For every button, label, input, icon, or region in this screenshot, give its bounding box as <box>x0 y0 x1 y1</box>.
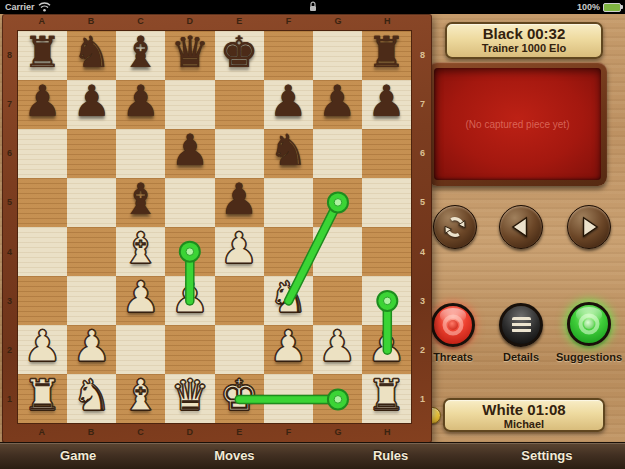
square-a6[interactable] <box>18 129 67 178</box>
rotate-icon <box>442 214 468 240</box>
coord-label: 2 <box>416 326 429 375</box>
square-e5[interactable]: ♟ <box>215 178 264 227</box>
wifi-icon <box>38 2 51 12</box>
coord-label: 1 <box>416 375 429 424</box>
piece-black-rook: ♜ <box>18 28 67 77</box>
square-g6[interactable] <box>313 129 362 178</box>
piece-black-bishop: ♝ <box>116 175 165 224</box>
square-a5[interactable] <box>18 178 67 227</box>
chess-app-screen: Carrier 100% ABCDEFGH ABCDEFGH 87654321 … <box>0 0 625 469</box>
square-h4[interactable] <box>362 227 411 276</box>
square-c1[interactable]: ♝ <box>116 374 165 423</box>
piece-white-rook: ♜ <box>18 371 67 420</box>
piece-black-bishop: ♝ <box>116 28 165 77</box>
square-c3[interactable]: ♟ <box>116 276 165 325</box>
piece-white-rook: ♜ <box>362 371 411 420</box>
coord-label: 7 <box>416 79 429 128</box>
square-c7[interactable]: ♟ <box>116 80 165 129</box>
coord-label: C <box>116 15 165 28</box>
square-a4[interactable] <box>18 227 67 276</box>
suggestions-button[interactable] <box>567 302 611 346</box>
menu-item-rules[interactable]: Rules <box>373 443 408 469</box>
square-g7[interactable]: ♟ <box>313 80 362 129</box>
coord-label: D <box>165 426 214 439</box>
square-b5[interactable] <box>67 178 116 227</box>
coord-label: A <box>17 426 66 439</box>
piece-black-pawn: ♟ <box>67 77 116 126</box>
square-d1[interactable]: ♛ <box>165 374 214 423</box>
coord-label: A <box>17 15 66 28</box>
previous-move-button[interactable] <box>499 205 543 249</box>
menu-item-settings[interactable]: Settings <box>521 443 572 469</box>
piece-white-pawn: ♟ <box>264 322 313 371</box>
piece-white-queen: ♛ <box>165 371 214 420</box>
piece-black-pawn: ♟ <box>116 77 165 126</box>
piece-black-knight: ♞ <box>264 126 313 175</box>
black-player-name: Trainer 1000 Elo <box>447 42 601 54</box>
square-e7[interactable] <box>215 80 264 129</box>
bottom-menu-bar: Game Moves Rules Settings <box>0 442 625 469</box>
coord-label: G <box>313 426 362 439</box>
threats-dot <box>448 320 458 330</box>
square-a3[interactable] <box>18 276 67 325</box>
carrier-label: Carrier <box>5 2 35 12</box>
coord-label: E <box>215 15 264 28</box>
square-f2[interactable]: ♟ <box>264 325 313 374</box>
square-a7[interactable]: ♟ <box>18 80 67 129</box>
square-e3[interactable] <box>215 276 264 325</box>
coord-label: B <box>66 426 115 439</box>
chess-board-frame: ABCDEFGH ABCDEFGH 87654321 87654321 ♜♞♝♛… <box>2 14 432 443</box>
square-h7[interactable]: ♟ <box>362 80 411 129</box>
lock-icon <box>309 1 317 12</box>
square-a8[interactable]: ♜ <box>18 31 67 80</box>
piece-white-king: ♚ <box>215 371 264 420</box>
piece-white-bishop: ♝ <box>116 371 165 420</box>
piece-black-knight: ♞ <box>67 28 116 77</box>
square-b8[interactable]: ♞ <box>67 31 116 80</box>
captured-empty-text: (No captured piece yet) <box>466 119 570 130</box>
piece-black-pawn: ♟ <box>165 126 214 175</box>
square-f6[interactable]: ♞ <box>264 129 313 178</box>
square-f5[interactable] <box>264 178 313 227</box>
square-b3[interactable] <box>67 276 116 325</box>
square-h6[interactable] <box>362 129 411 178</box>
coord-label: E <box>215 426 264 439</box>
square-f8[interactable] <box>264 31 313 80</box>
square-d5[interactable] <box>165 178 214 227</box>
square-e2[interactable] <box>215 325 264 374</box>
square-h1[interactable]: ♜ <box>362 374 411 423</box>
square-g2[interactable]: ♟ <box>313 325 362 374</box>
status-bar: Carrier 100% <box>0 0 625 14</box>
board-squares: ♜♞♝♛♚♜♟♟♟♟♟♟♟♞♝♟♝♟♟♟♞♟♟♟♟♟♜♞♝♛♚♜ <box>17 30 412 424</box>
square-d6[interactable]: ♟ <box>165 129 214 178</box>
square-b4[interactable] <box>67 227 116 276</box>
coord-label: B <box>66 15 115 28</box>
piece-white-pawn: ♟ <box>116 273 165 322</box>
coord-label: 5 <box>3 178 16 227</box>
piece-black-pawn: ♟ <box>313 77 362 126</box>
square-b7[interactable]: ♟ <box>67 80 116 129</box>
next-move-button[interactable] <box>567 205 611 249</box>
square-d7[interactable] <box>165 80 214 129</box>
square-f1[interactable] <box>264 374 313 423</box>
square-h3[interactable] <box>362 276 411 325</box>
coord-label: F <box>264 15 313 28</box>
coord-label: H <box>363 426 412 439</box>
coord-label: 3 <box>3 276 16 325</box>
piece-white-pawn: ♟ <box>313 322 362 371</box>
square-e1[interactable]: ♚ <box>215 374 264 423</box>
square-g3[interactable] <box>313 276 362 325</box>
file-labels-bottom: ABCDEFGH <box>17 426 412 439</box>
threats-button[interactable] <box>431 303 475 347</box>
white-player-name: Michael <box>445 418 603 430</box>
coord-label: 7 <box>3 79 16 128</box>
square-g8[interactable] <box>313 31 362 80</box>
coord-label: 2 <box>3 326 16 375</box>
captured-pieces-felt: (No captured piece yet) <box>434 68 601 180</box>
square-a1[interactable]: ♜ <box>18 374 67 423</box>
piece-white-pawn: ♟ <box>165 273 214 322</box>
piece-white-knight: ♞ <box>67 371 116 420</box>
square-c5[interactable]: ♝ <box>116 178 165 227</box>
square-d8[interactable]: ♛ <box>165 31 214 80</box>
square-d3[interactable]: ♟ <box>165 276 214 325</box>
square-a2[interactable]: ♟ <box>18 325 67 374</box>
captured-pieces-tray: (No captured piece yet) <box>428 62 607 186</box>
piece-white-pawn: ♟ <box>362 322 411 371</box>
details-button[interactable] <box>499 303 543 347</box>
rank-labels-left: 87654321 <box>3 30 16 424</box>
white-clock-time: White 01:08 <box>445 401 603 418</box>
piece-white-knight: ♞ <box>264 273 313 322</box>
square-g1[interactable] <box>313 374 362 423</box>
square-f4[interactable] <box>264 227 313 276</box>
square-f3[interactable]: ♞ <box>264 276 313 325</box>
square-e6[interactable] <box>215 129 264 178</box>
coord-label: G <box>313 15 362 28</box>
square-h5[interactable] <box>362 178 411 227</box>
square-h2[interactable]: ♟ <box>362 325 411 374</box>
list-bars-icon <box>512 317 531 333</box>
black-clock-plaque: Black 00:32 Trainer 1000 Elo <box>445 22 603 59</box>
square-f7[interactable]: ♟ <box>264 80 313 129</box>
piece-black-queen: ♛ <box>165 28 214 77</box>
piece-white-pawn: ♟ <box>67 322 116 371</box>
square-e8[interactable]: ♚ <box>215 31 264 80</box>
piece-black-pawn: ♟ <box>264 77 313 126</box>
square-c2[interactable] <box>116 325 165 374</box>
square-d2[interactable] <box>165 325 214 374</box>
coord-label: 1 <box>3 375 16 424</box>
piece-black-king: ♚ <box>215 28 264 77</box>
square-g5[interactable] <box>313 178 362 227</box>
coord-label: 8 <box>416 30 429 79</box>
coord-label: 4 <box>416 227 429 276</box>
menu-item-moves[interactable]: Moves <box>214 443 254 469</box>
coord-label: F <box>264 426 313 439</box>
square-c4[interactable]: ♝ <box>116 227 165 276</box>
details-label: Details <box>503 351 539 363</box>
piece-black-pawn: ♟ <box>362 77 411 126</box>
black-clock-time: Black 00:32 <box>447 25 601 42</box>
back-arrow-icon <box>508 214 534 240</box>
coord-label: D <box>165 15 214 28</box>
piece-white-pawn: ♟ <box>18 322 67 371</box>
suggestions-dot <box>584 319 594 329</box>
suggestions-label: Suggestions <box>556 351 622 363</box>
square-g4[interactable] <box>313 227 362 276</box>
piece-white-pawn: ♟ <box>215 224 264 273</box>
piece-white-bishop: ♝ <box>116 224 165 273</box>
piece-black-pawn: ♟ <box>215 175 264 224</box>
rank-labels-right: 87654321 <box>416 30 429 424</box>
square-b1[interactable]: ♞ <box>67 374 116 423</box>
file-labels-top: ABCDEFGH <box>17 15 412 28</box>
square-d4[interactable] <box>165 227 214 276</box>
square-b6[interactable] <box>67 129 116 178</box>
coord-label: 3 <box>416 276 429 325</box>
coord-label: 4 <box>3 227 16 276</box>
coord-label: 6 <box>416 129 429 178</box>
battery-percent: 100% <box>577 2 600 12</box>
square-e4[interactable]: ♟ <box>215 227 264 276</box>
coord-label: H <box>363 15 412 28</box>
square-c8[interactable]: ♝ <box>116 31 165 80</box>
coord-label: 8 <box>3 30 16 79</box>
battery-icon <box>603 3 621 12</box>
square-b2[interactable]: ♟ <box>67 325 116 374</box>
coord-label: C <box>116 426 165 439</box>
white-clock-plaque: White 01:08 Michael <box>443 398 605 432</box>
rotate-board-button[interactable] <box>433 205 477 249</box>
piece-black-rook: ♜ <box>362 28 411 77</box>
menu-item-game[interactable]: Game <box>60 443 96 469</box>
piece-black-pawn: ♟ <box>18 77 67 126</box>
square-h8[interactable]: ♜ <box>362 31 411 80</box>
coord-label: 6 <box>3 129 16 178</box>
coord-label: 5 <box>416 178 429 227</box>
threats-label: Threats <box>433 351 473 363</box>
square-c6[interactable] <box>116 129 165 178</box>
forward-arrow-icon <box>576 214 602 240</box>
